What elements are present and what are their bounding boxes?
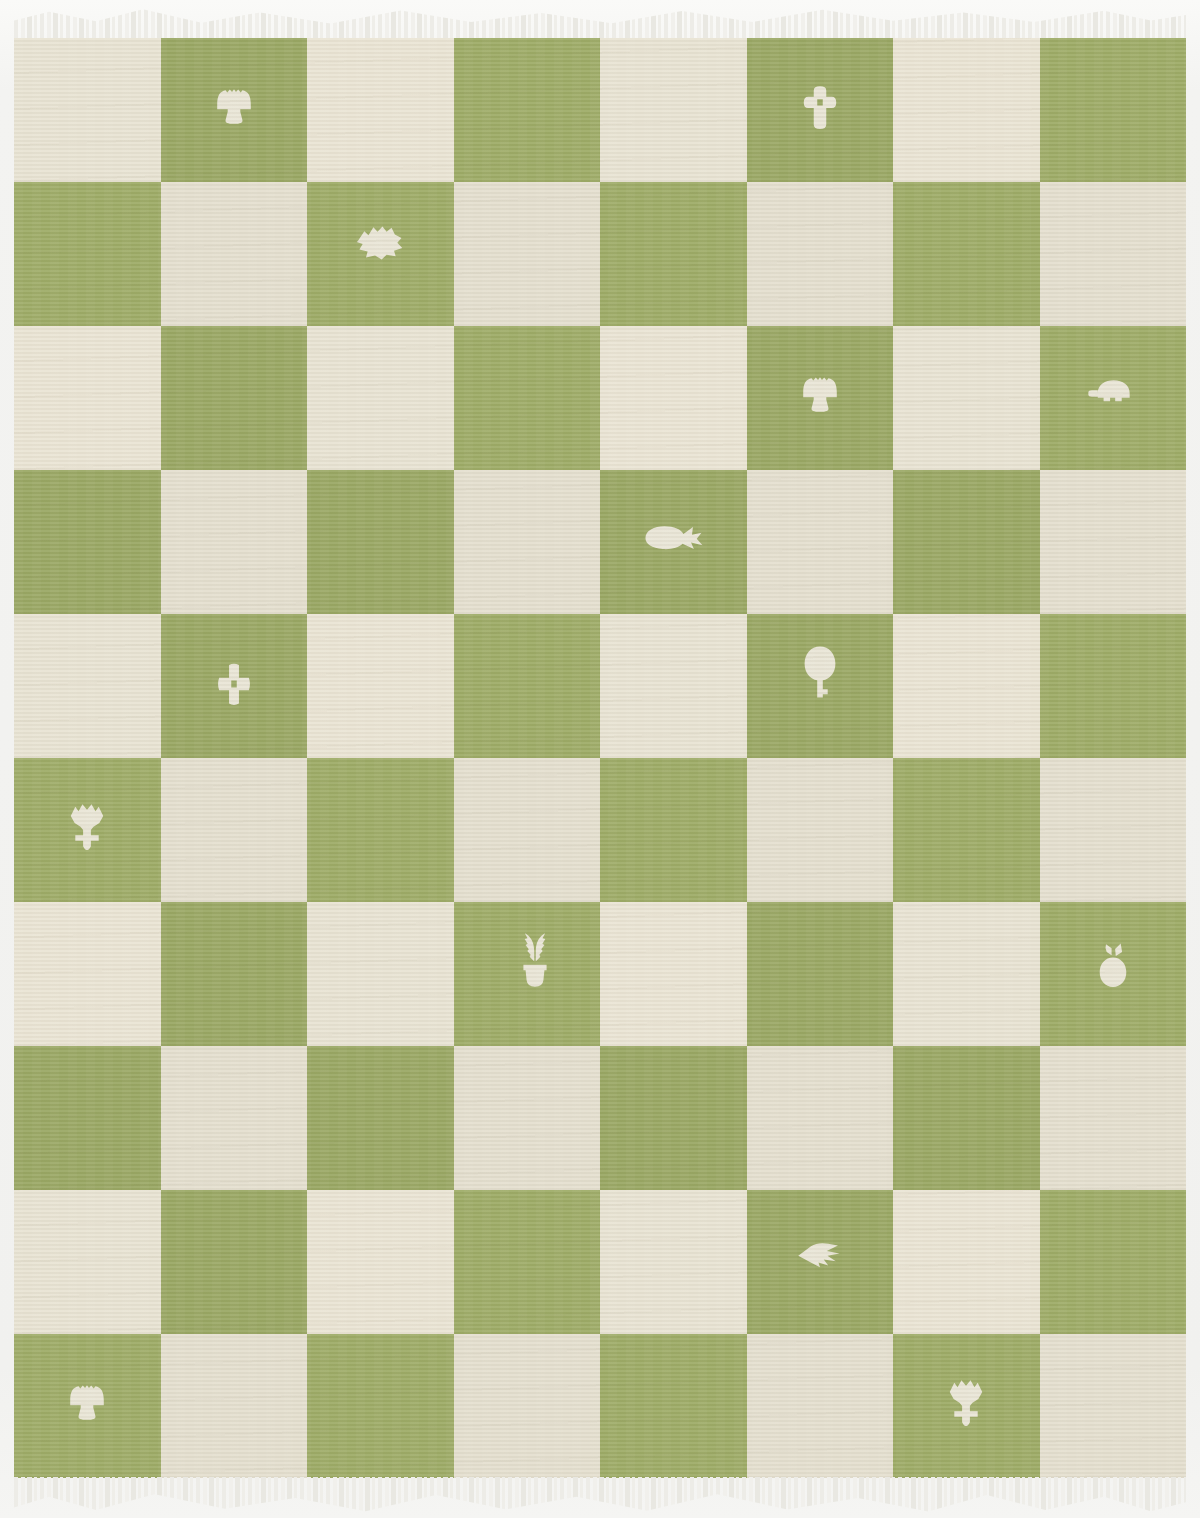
mushroom-icon — [792, 371, 848, 421]
bird-motif — [790, 1230, 850, 1282]
square-r4c8 — [1040, 470, 1187, 614]
square-r6c1 — [14, 758, 161, 902]
square-r7c6 — [747, 902, 894, 1046]
square-r4c4 — [454, 470, 601, 614]
turtle-motif — [1084, 372, 1142, 420]
square-r10c1 — [14, 1334, 161, 1478]
square-r6c3 — [307, 758, 454, 902]
plus-flower-motif — [212, 656, 256, 716]
square-r6c5 — [600, 758, 747, 902]
square-r6c4 — [454, 758, 601, 902]
square-r6c8 — [1040, 758, 1187, 902]
square-r1c3 — [307, 38, 454, 182]
mushroom-motif — [206, 83, 262, 137]
square-r10c8 — [1040, 1334, 1187, 1478]
square-r10c3 — [307, 1334, 454, 1478]
square-r6c2 — [161, 758, 308, 902]
square-r7c1 — [14, 902, 161, 1046]
bird-icon — [790, 1230, 850, 1278]
square-r10c7 — [893, 1334, 1040, 1478]
square-r7c2 — [161, 902, 308, 1046]
square-r1c4 — [454, 38, 601, 182]
checkerboard — [14, 38, 1186, 1478]
tulip-icon — [940, 1371, 992, 1433]
mushroom-motif — [59, 1379, 115, 1433]
fringe-bottom — [14, 1477, 1186, 1513]
square-r7c8 — [1040, 902, 1187, 1046]
tulip-motif — [61, 795, 113, 861]
square-r1c6 — [747, 38, 894, 182]
square-r10c6 — [747, 1334, 894, 1478]
square-r8c8 — [1040, 1046, 1187, 1190]
square-r8c7 — [893, 1046, 1040, 1190]
tulip-icon — [61, 795, 113, 857]
square-r1c1 — [14, 38, 161, 182]
square-r3c6 — [747, 326, 894, 470]
square-r3c8 — [1040, 326, 1187, 470]
mushroom-icon — [59, 1379, 115, 1429]
potted-sprout-icon — [506, 923, 564, 997]
square-r4c2 — [161, 470, 308, 614]
tulip-motif — [940, 1371, 992, 1437]
turtle-icon — [1084, 372, 1142, 416]
square-r4c6 — [747, 470, 894, 614]
square-r9c2 — [161, 1190, 308, 1334]
fish-icon — [635, 512, 711, 564]
square-r3c2 — [161, 326, 308, 470]
square-r2c3 — [307, 182, 454, 326]
square-r5c2 — [161, 614, 308, 758]
square-r2c5 — [600, 182, 747, 326]
square-r7c4 — [454, 902, 601, 1046]
square-r10c5 — [600, 1334, 747, 1478]
mushroom-motif — [792, 371, 848, 425]
square-r8c5 — [600, 1046, 747, 1190]
square-r2c1 — [14, 182, 161, 326]
square-r9c6 — [747, 1190, 894, 1334]
square-r4c5 — [600, 470, 747, 614]
square-r1c8 — [1040, 38, 1187, 182]
square-r9c8 — [1040, 1190, 1187, 1334]
square-r6c6 — [747, 758, 894, 902]
plus-flower-icon — [212, 656, 256, 712]
square-r7c3 — [307, 902, 454, 1046]
apple-icon — [1085, 935, 1141, 997]
square-r3c5 — [600, 326, 747, 470]
square-r9c7 — [893, 1190, 1040, 1334]
square-r5c1 — [14, 614, 161, 758]
fringe-top — [14, 6, 1186, 38]
square-r8c6 — [747, 1046, 894, 1190]
potted-sprout-motif — [506, 923, 564, 1001]
square-r3c1 — [14, 326, 161, 470]
square-r2c8 — [1040, 182, 1187, 326]
square-r4c7 — [893, 470, 1040, 614]
square-r6c7 — [893, 758, 1040, 902]
mushroom-icon — [206, 83, 262, 133]
fish-motif — [635, 512, 711, 568]
square-r9c3 — [307, 1190, 454, 1334]
square-r8c4 — [454, 1046, 601, 1190]
square-r7c5 — [600, 902, 747, 1046]
square-r3c3 — [307, 326, 454, 470]
square-r5c6 — [747, 614, 894, 758]
square-r1c2 — [161, 38, 308, 182]
rug — [14, 38, 1186, 1478]
square-r10c4 — [454, 1334, 601, 1478]
square-r5c8 — [1040, 614, 1187, 758]
lotus-icon — [347, 217, 413, 271]
square-r9c4 — [454, 1190, 601, 1334]
tree-motif — [792, 639, 848, 709]
square-r4c3 — [307, 470, 454, 614]
square-r3c4 — [454, 326, 601, 470]
square-r5c7 — [893, 614, 1040, 758]
square-r2c4 — [454, 182, 601, 326]
square-r4c1 — [14, 470, 161, 614]
apple-motif — [1085, 935, 1141, 1001]
square-r5c3 — [307, 614, 454, 758]
lotus-motif — [347, 217, 413, 275]
square-r9c1 — [14, 1190, 161, 1334]
square-r2c2 — [161, 182, 308, 326]
square-r1c5 — [600, 38, 747, 182]
square-r7c7 — [893, 902, 1040, 1046]
cross-flower-icon — [795, 80, 845, 136]
square-r10c2 — [161, 1334, 308, 1478]
cross-flower-motif — [795, 80, 845, 140]
square-r5c4 — [454, 614, 601, 758]
square-r3c7 — [893, 326, 1040, 470]
square-r5c5 — [600, 614, 747, 758]
square-r8c3 — [307, 1046, 454, 1190]
square-r9c5 — [600, 1190, 747, 1334]
rug-photo — [0, 0, 1200, 1518]
square-r8c2 — [161, 1046, 308, 1190]
square-r2c7 — [893, 182, 1040, 326]
square-r2c6 — [747, 182, 894, 326]
square-r1c7 — [893, 38, 1040, 182]
square-r8c1 — [14, 1046, 161, 1190]
tree-icon — [792, 639, 848, 705]
